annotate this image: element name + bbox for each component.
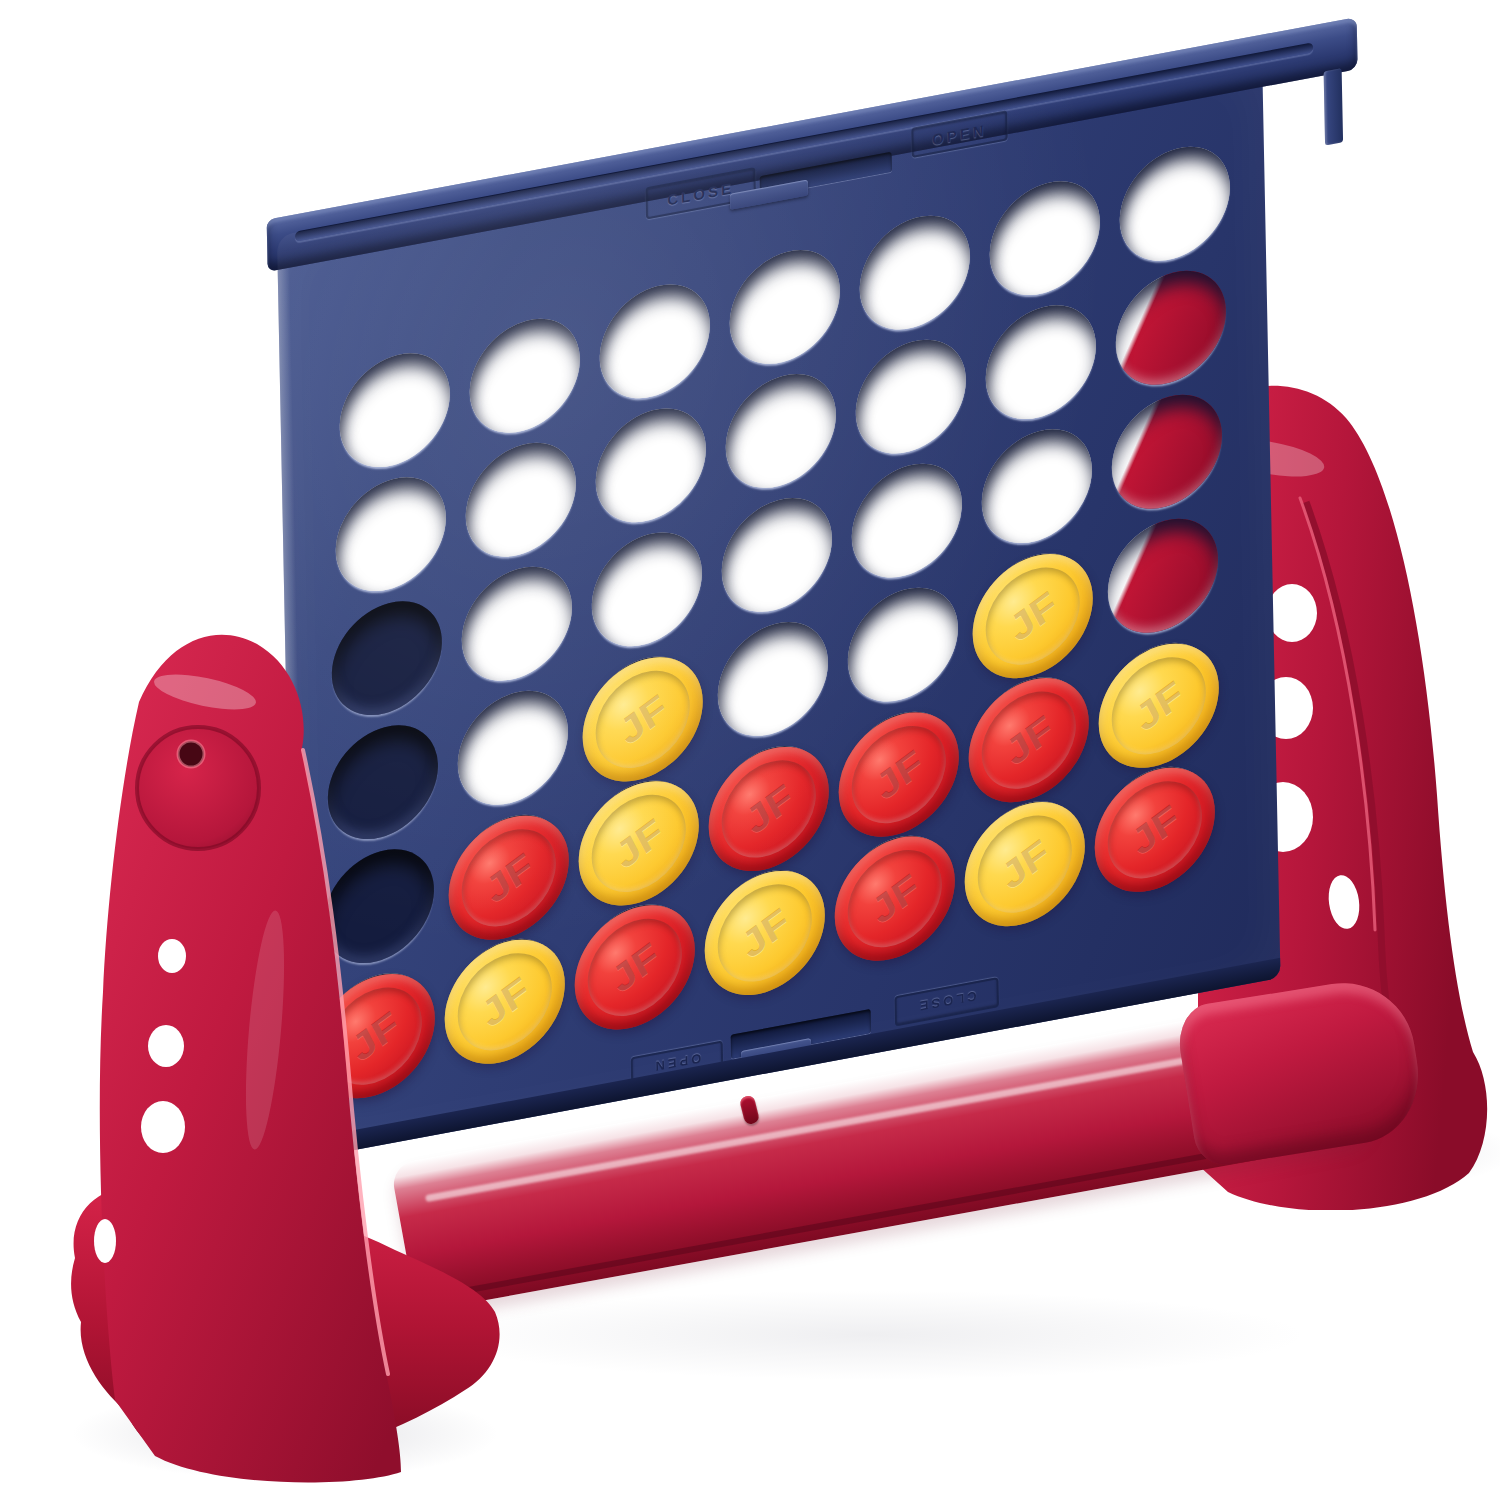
floor-shadow-middle [430,1290,1310,1380]
empty-hole [594,396,708,535]
disc-emboss-text: JF [994,831,1055,898]
top-rail-hook [1324,68,1343,145]
disc-emboss-text: JF [1124,796,1185,863]
disc-emboss-text: JF [998,707,1059,774]
disc-emboss-text: JF [734,900,795,967]
connect-four-photo: CLOSE OPEN JFJFJFJFJFJFJFJFJFJFJFJFJFJFJ… [0,0,1500,1500]
empty-hole [468,306,582,445]
hole-leg-behind [1110,382,1224,521]
empty-hole [334,465,448,604]
bottom-open-label: OPEN [631,1040,724,1085]
disc-emboss-text: JF [738,776,799,843]
empty-hole [988,169,1102,308]
left-leg-hole-1 [158,939,186,973]
left-leg-hole-3 [141,1101,185,1153]
disc-emboss-text: JF [604,934,665,1001]
disc-emboss-text: JF [1002,583,1063,650]
empty-hole [854,327,968,466]
right-leg-hole-1 [1267,584,1317,642]
empty-hole [728,237,842,376]
empty-hole [724,361,838,500]
empty-hole [984,293,1098,432]
empty-hole [720,485,834,624]
empty-hole [1118,134,1232,273]
left-leg-notch [94,1219,116,1263]
disc-emboss-text: JF [608,810,669,877]
empty-hole [598,272,712,411]
disc-emboss-text: JF [864,865,925,932]
empty-hole [980,417,1094,556]
empty-hole [464,430,578,569]
left-leg-hole-2 [148,1025,184,1067]
left-support-leg [55,600,520,1500]
hole-leg-behind [1114,258,1228,397]
empty-hole [850,451,964,590]
empty-hole [858,203,972,342]
hole-leg-behind [1106,506,1220,645]
disc-emboss-text: JF [612,686,673,753]
disc-emboss-text: JF [868,741,929,808]
empty-hole [716,609,830,748]
empty-hole [846,575,960,714]
empty-hole [338,341,452,480]
bottom-close-label: CLOSE [894,977,999,1026]
disc-emboss-text: JF [1128,672,1189,739]
empty-hole [590,520,704,659]
